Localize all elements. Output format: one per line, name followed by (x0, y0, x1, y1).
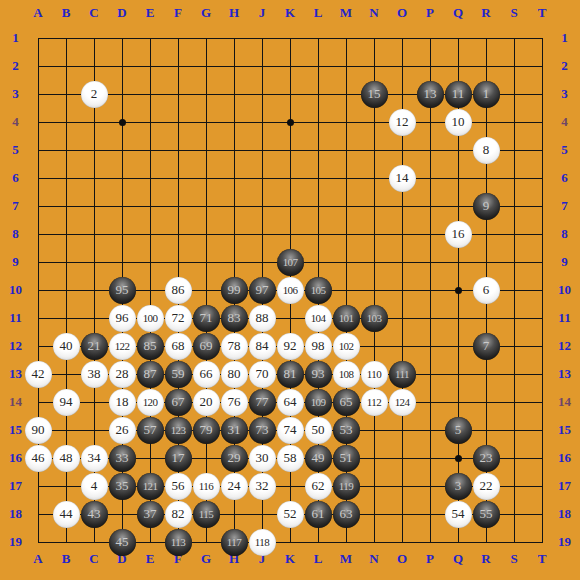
row-label-left: 1 (0, 27, 31, 49)
grid-line-vertical (430, 38, 431, 543)
column-label-top: M (332, 2, 360, 24)
stone-black-L13[interactable]: 93 (305, 361, 332, 388)
column-label-bottom: G (192, 548, 220, 570)
stone-white-E11[interactable]: 100 (137, 305, 164, 332)
row-label-left: 14 (0, 391, 31, 413)
stone-white-N14[interactable]: 112 (361, 389, 388, 416)
column-label-top: O (388, 2, 416, 24)
stone-white-G14[interactable]: 20 (193, 389, 220, 416)
row-label-left: 19 (0, 531, 31, 553)
stone-black-L18[interactable]: 61 (305, 501, 332, 528)
stone-black-E18[interactable]: 37 (137, 501, 164, 528)
stone-white-R10[interactable]: 6 (473, 277, 500, 304)
row-label-right: 8 (549, 223, 580, 245)
stone-black-K9[interactable]: 107 (277, 249, 304, 276)
stone-black-E12[interactable]: 85 (137, 333, 164, 360)
stone-black-R18[interactable]: 55 (473, 501, 500, 528)
column-label-bottom: O (388, 548, 416, 570)
stone-white-L11[interactable]: 104 (305, 305, 332, 332)
stone-black-H11[interactable]: 83 (221, 305, 248, 332)
stone-white-J13[interactable]: 70 (249, 361, 276, 388)
row-label-left: 2 (0, 55, 31, 77)
row-label-left: 11 (0, 307, 31, 329)
row-label-right: 17 (549, 475, 580, 497)
row-label-right: 9 (549, 251, 580, 273)
column-label-top: Q (444, 2, 472, 24)
stone-black-Q3[interactable]: 11 (445, 81, 472, 108)
column-label-top: C (80, 2, 108, 24)
stone-white-A13[interactable]: 42 (25, 361, 52, 388)
stone-black-L10[interactable]: 105 (305, 277, 332, 304)
stone-black-E15[interactable]: 57 (137, 417, 164, 444)
stone-black-F16[interactable]: 17 (165, 445, 192, 472)
stone-black-H16[interactable]: 29 (221, 445, 248, 472)
stone-white-N13[interactable]: 110 (361, 361, 388, 388)
column-label-bottom: K (276, 548, 304, 570)
column-label-bottom: B (52, 548, 80, 570)
stone-white-K15[interactable]: 74 (277, 417, 304, 444)
stone-white-H14[interactable]: 76 (221, 389, 248, 416)
stone-white-D15[interactable]: 26 (109, 417, 136, 444)
stone-white-D13[interactable]: 28 (109, 361, 136, 388)
stone-white-L17[interactable]: 62 (305, 473, 332, 500)
row-label-right: 13 (549, 363, 580, 385)
stone-white-J19[interactable]: 118 (249, 529, 276, 556)
stone-white-L15[interactable]: 50 (305, 417, 332, 444)
column-label-top: E (136, 2, 164, 24)
stone-white-F17[interactable]: 56 (165, 473, 192, 500)
stone-black-J14[interactable]: 77 (249, 389, 276, 416)
column-label-top: J (248, 2, 276, 24)
stone-black-G18[interactable]: 115 (193, 501, 220, 528)
stone-black-C12[interactable]: 21 (81, 333, 108, 360)
star-point (455, 455, 462, 462)
column-label-top: N (360, 2, 388, 24)
stone-black-D19[interactable]: 45 (109, 529, 136, 556)
stone-white-J16[interactable]: 30 (249, 445, 276, 472)
stone-white-A15[interactable]: 90 (25, 417, 52, 444)
row-label-left: 12 (0, 335, 31, 357)
star-point (119, 119, 126, 126)
stone-white-C3[interactable]: 2 (81, 81, 108, 108)
row-label-left: 7 (0, 195, 31, 217)
column-label-bottom: P (416, 548, 444, 570)
column-label-bottom: L (304, 548, 332, 570)
stone-black-Q17[interactable]: 3 (445, 473, 472, 500)
row-label-right: 2 (549, 55, 580, 77)
stone-white-E14[interactable]: 120 (137, 389, 164, 416)
stone-black-H19[interactable]: 117 (221, 529, 248, 556)
column-label-bottom: N (360, 548, 388, 570)
stone-black-M14[interactable]: 65 (333, 389, 360, 416)
row-label-right: 5 (549, 139, 580, 161)
stone-white-J11[interactable]: 88 (249, 305, 276, 332)
row-label-right: 4 (549, 111, 580, 133)
stone-black-J10[interactable]: 97 (249, 277, 276, 304)
stone-white-H17[interactable]: 24 (221, 473, 248, 500)
stone-black-P3[interactable]: 13 (417, 81, 444, 108)
column-label-bottom: R (472, 548, 500, 570)
stone-white-B12[interactable]: 40 (53, 333, 80, 360)
stone-white-K18[interactable]: 52 (277, 501, 304, 528)
stone-black-L14[interactable]: 109 (305, 389, 332, 416)
go-board-screen: AABBCCDDEEFFGGHHJJKKLLMMNNOOPPQQRRSSTT11… (0, 0, 580, 580)
stone-white-K14[interactable]: 64 (277, 389, 304, 416)
stone-black-G11[interactable]: 71 (193, 305, 220, 332)
column-label-top: T (528, 2, 556, 24)
stone-white-R5[interactable]: 8 (473, 137, 500, 164)
column-label-top: L (304, 2, 332, 24)
stone-white-D11[interactable]: 96 (109, 305, 136, 332)
row-label-right: 14 (549, 391, 580, 413)
stone-white-B18[interactable]: 44 (53, 501, 80, 528)
column-label-top: D (108, 2, 136, 24)
stone-white-M13[interactable]: 108 (333, 361, 360, 388)
stone-white-M12[interactable]: 102 (333, 333, 360, 360)
stone-white-J17[interactable]: 32 (249, 473, 276, 500)
stone-white-R17[interactable]: 22 (473, 473, 500, 500)
row-label-right: 16 (549, 447, 580, 469)
stone-black-D16[interactable]: 33 (109, 445, 136, 472)
stone-white-F12[interactable]: 68 (165, 333, 192, 360)
column-label-top: R (472, 2, 500, 24)
row-label-right: 12 (549, 335, 580, 357)
go-board[interactable]: AABBCCDDEEFFGGHHJJKKLLMMNNOOPPQQRRSSTT11… (0, 0, 580, 580)
column-label-top: P (416, 2, 444, 24)
stone-white-D14[interactable]: 18 (109, 389, 136, 416)
column-label-top: F (164, 2, 192, 24)
stone-black-H15[interactable]: 31 (221, 417, 248, 444)
stone-white-G17[interactable]: 116 (193, 473, 220, 500)
stone-black-M18[interactable]: 63 (333, 501, 360, 528)
row-label-left: 10 (0, 279, 31, 301)
row-label-left: 17 (0, 475, 31, 497)
stone-white-D12[interactable]: 122 (109, 333, 136, 360)
stone-black-N3[interactable]: 15 (361, 81, 388, 108)
stone-black-E13[interactable]: 87 (137, 361, 164, 388)
stone-white-F11[interactable]: 72 (165, 305, 192, 332)
row-label-left: 8 (0, 223, 31, 245)
row-label-right: 15 (549, 419, 580, 441)
stone-white-C13[interactable]: 38 (81, 361, 108, 388)
row-label-right: 10 (549, 279, 580, 301)
stone-white-K16[interactable]: 58 (277, 445, 304, 472)
row-label-right: 3 (549, 83, 580, 105)
row-label-left: 4 (0, 111, 31, 133)
row-label-left: 6 (0, 167, 31, 189)
stone-white-O14[interactable]: 124 (389, 389, 416, 416)
column-label-top: B (52, 2, 80, 24)
stone-black-R16[interactable]: 23 (473, 445, 500, 472)
stone-black-D10[interactable]: 95 (109, 277, 136, 304)
column-label-bottom: M (332, 548, 360, 570)
stone-white-H12[interactable]: 78 (221, 333, 248, 360)
row-label-right: 1 (549, 27, 580, 49)
stone-black-F14[interactable]: 67 (165, 389, 192, 416)
column-label-top: A (24, 2, 52, 24)
stone-black-F19[interactable]: 113 (165, 529, 192, 556)
stone-black-R7[interactable]: 9 (473, 193, 500, 220)
stone-white-O6[interactable]: 14 (389, 165, 416, 192)
stone-white-L12[interactable]: 98 (305, 333, 332, 360)
column-label-top: S (500, 2, 528, 24)
stone-black-Q15[interactable]: 5 (445, 417, 472, 444)
stone-white-K10[interactable]: 106 (277, 277, 304, 304)
column-label-top: H (220, 2, 248, 24)
stone-black-O13[interactable]: 111 (389, 361, 416, 388)
row-label-right: 6 (549, 167, 580, 189)
column-label-top: K (276, 2, 304, 24)
stone-black-M15[interactable]: 53 (333, 417, 360, 444)
row-label-left: 5 (0, 139, 31, 161)
row-label-right: 11 (549, 307, 580, 329)
stone-black-R3[interactable]: 1 (473, 81, 500, 108)
stone-white-J12[interactable]: 84 (249, 333, 276, 360)
stone-white-O4[interactable]: 12 (389, 109, 416, 136)
column-label-bottom: Q (444, 548, 472, 570)
column-label-top: G (192, 2, 220, 24)
stone-black-E17[interactable]: 121 (137, 473, 164, 500)
star-point (287, 119, 294, 126)
stone-white-H13[interactable]: 80 (221, 361, 248, 388)
stone-black-D17[interactable]: 35 (109, 473, 136, 500)
row-label-right: 18 (549, 503, 580, 525)
stone-white-Q18[interactable]: 54 (445, 501, 472, 528)
stone-black-J15[interactable]: 73 (249, 417, 276, 444)
stone-black-K13[interactable]: 81 (277, 361, 304, 388)
stone-black-F13[interactable]: 59 (165, 361, 192, 388)
grid-line-vertical (542, 38, 543, 543)
stone-white-C17[interactable]: 4 (81, 473, 108, 500)
stone-white-A16[interactable]: 46 (25, 445, 52, 472)
stone-black-G15[interactable]: 79 (193, 417, 220, 444)
row-label-right: 19 (549, 531, 580, 553)
row-label-right: 7 (549, 195, 580, 217)
stone-black-M11[interactable]: 101 (333, 305, 360, 332)
stone-black-H10[interactable]: 99 (221, 277, 248, 304)
grid-line-vertical (514, 38, 515, 543)
row-label-left: 9 (0, 251, 31, 273)
stone-black-N11[interactable]: 103 (361, 305, 388, 332)
stone-black-M16[interactable]: 51 (333, 445, 360, 472)
column-label-bottom: E (136, 548, 164, 570)
stone-white-G13[interactable]: 66 (193, 361, 220, 388)
stone-white-B14[interactable]: 94 (53, 389, 80, 416)
column-label-bottom: C (80, 548, 108, 570)
column-label-bottom: S (500, 548, 528, 570)
stone-black-G12[interactable]: 69 (193, 333, 220, 360)
stone-white-F18[interactable]: 82 (165, 501, 192, 528)
stone-black-L16[interactable]: 49 (305, 445, 332, 472)
stone-white-Q8[interactable]: 16 (445, 221, 472, 248)
stone-white-K12[interactable]: 92 (277, 333, 304, 360)
row-label-left: 3 (0, 83, 31, 105)
stone-white-Q4[interactable]: 10 (445, 109, 472, 136)
stone-white-B16[interactable]: 48 (53, 445, 80, 472)
stone-black-M17[interactable]: 119 (333, 473, 360, 500)
stone-white-F10[interactable]: 86 (165, 277, 192, 304)
stone-black-C18[interactable]: 43 (81, 501, 108, 528)
stone-white-C16[interactable]: 34 (81, 445, 108, 472)
star-point (455, 287, 462, 294)
stone-black-R12[interactable]: 7 (473, 333, 500, 360)
grid-line-vertical (374, 38, 375, 543)
stone-black-F15[interactable]: 123 (165, 417, 192, 444)
row-label-left: 18 (0, 503, 31, 525)
